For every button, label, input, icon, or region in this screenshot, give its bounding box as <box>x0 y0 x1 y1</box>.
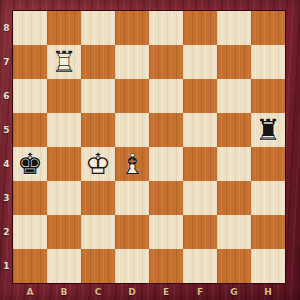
file-label-h: H <box>251 283 285 300</box>
square-e1[interactable] <box>149 249 183 283</box>
black-rook-h5[interactable]: ♜♖ <box>251 113 285 147</box>
white-bishop-d4[interactable]: ♝♗ <box>115 147 149 181</box>
square-b8[interactable] <box>47 11 81 45</box>
square-g4[interactable] <box>217 147 251 181</box>
square-f7[interactable] <box>183 45 217 79</box>
square-c1[interactable] <box>81 249 115 283</box>
square-e6[interactable] <box>149 79 183 113</box>
white-rook-b7[interactable]: ♜♖ <box>47 45 81 79</box>
square-e5[interactable] <box>149 113 183 147</box>
square-f3[interactable] <box>183 181 217 215</box>
square-h5[interactable]: ♜♖ <box>251 113 285 147</box>
square-f6[interactable] <box>183 79 217 113</box>
square-d7[interactable] <box>115 45 149 79</box>
chessboard-frame: 87654321 ABCDEFGH ♜♖♜♖♚♔♚♔♝♗ <box>0 0 300 300</box>
square-b6[interactable] <box>47 79 81 113</box>
square-f2[interactable] <box>183 215 217 249</box>
square-a4[interactable]: ♚♔ <box>13 147 47 181</box>
rank-label-7: 7 <box>0 45 13 79</box>
square-c4[interactable]: ♚♔ <box>81 147 115 181</box>
square-b5[interactable] <box>47 113 81 147</box>
square-e4[interactable] <box>149 147 183 181</box>
file-label-c: C <box>81 283 115 300</box>
rank-label-2: 2 <box>0 215 13 249</box>
square-c2[interactable] <box>81 215 115 249</box>
chessboard: ♜♖♜♖♚♔♚♔♝♗ <box>13 11 285 283</box>
square-g2[interactable] <box>217 215 251 249</box>
square-e2[interactable] <box>149 215 183 249</box>
rank-label-6: 6 <box>0 79 13 113</box>
file-label-a: A <box>13 283 47 300</box>
rank-label-8: 8 <box>0 11 13 45</box>
black-king-a4[interactable]: ♚♔ <box>13 147 47 181</box>
square-e8[interactable] <box>149 11 183 45</box>
file-label-b: B <box>47 283 81 300</box>
square-h1[interactable] <box>251 249 285 283</box>
file-label-e: E <box>149 283 183 300</box>
rank-label-3: 3 <box>0 181 13 215</box>
king-glyph-outline: ♔ <box>81 147 115 181</box>
square-f8[interactable] <box>183 11 217 45</box>
bishop-glyph-outline: ♗ <box>115 147 149 181</box>
square-a8[interactable] <box>13 11 47 45</box>
square-d8[interactable] <box>115 11 149 45</box>
square-c7[interactable] <box>81 45 115 79</box>
square-h2[interactable] <box>251 215 285 249</box>
square-h3[interactable] <box>251 181 285 215</box>
square-f1[interactable] <box>183 249 217 283</box>
file-label-d: D <box>115 283 149 300</box>
rook-glyph-fill: ♜ <box>251 113 285 147</box>
rank-label-4: 4 <box>0 147 13 181</box>
square-b3[interactable] <box>47 181 81 215</box>
square-g3[interactable] <box>217 181 251 215</box>
square-d6[interactable] <box>115 79 149 113</box>
square-d2[interactable] <box>115 215 149 249</box>
square-a3[interactable] <box>13 181 47 215</box>
square-d5[interactable] <box>115 113 149 147</box>
rank-labels: 87654321 <box>0 11 13 283</box>
square-a7[interactable] <box>13 45 47 79</box>
square-g8[interactable] <box>217 11 251 45</box>
square-c3[interactable] <box>81 181 115 215</box>
square-a1[interactable] <box>13 249 47 283</box>
square-a2[interactable] <box>13 215 47 249</box>
square-b4[interactable] <box>47 147 81 181</box>
square-g5[interactable] <box>217 113 251 147</box>
square-a5[interactable] <box>13 113 47 147</box>
square-e7[interactable] <box>149 45 183 79</box>
square-h7[interactable] <box>251 45 285 79</box>
square-g1[interactable] <box>217 249 251 283</box>
square-c6[interactable] <box>81 79 115 113</box>
rook-glyph-outline: ♖ <box>47 45 81 79</box>
square-b1[interactable] <box>47 249 81 283</box>
square-f4[interactable] <box>183 147 217 181</box>
rank-label-5: 5 <box>0 113 13 147</box>
square-d4[interactable]: ♝♗ <box>115 147 149 181</box>
rank-label-1: 1 <box>0 249 13 283</box>
square-b7[interactable]: ♜♖ <box>47 45 81 79</box>
square-g7[interactable] <box>217 45 251 79</box>
square-b2[interactable] <box>47 215 81 249</box>
square-e3[interactable] <box>149 181 183 215</box>
square-c8[interactable] <box>81 11 115 45</box>
file-label-g: G <box>217 283 251 300</box>
king-glyph-fill: ♚ <box>13 147 47 181</box>
square-h4[interactable] <box>251 147 285 181</box>
square-g6[interactable] <box>217 79 251 113</box>
square-d1[interactable] <box>115 249 149 283</box>
square-c5[interactable] <box>81 113 115 147</box>
white-king-c4[interactable]: ♚♔ <box>81 147 115 181</box>
square-f5[interactable] <box>183 113 217 147</box>
square-h6[interactable] <box>251 79 285 113</box>
square-h8[interactable] <box>251 11 285 45</box>
file-label-f: F <box>183 283 217 300</box>
square-a6[interactable] <box>13 79 47 113</box>
file-labels: ABCDEFGH <box>13 283 285 300</box>
square-d3[interactable] <box>115 181 149 215</box>
